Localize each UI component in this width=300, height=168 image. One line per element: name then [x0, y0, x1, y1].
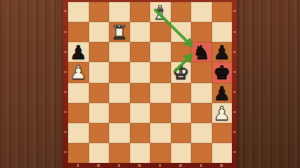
square-g2[interactable]: [191, 123, 212, 143]
square-e4[interactable]: [150, 83, 171, 103]
white-bishop[interactable]: ♝: [152, 2, 169, 22]
square-g5[interactable]: [191, 62, 212, 82]
square-e6[interactable]: [150, 42, 171, 62]
square-f6[interactable]: [171, 42, 192, 62]
chess-board: ♝♜♟♞♟♟♚♚♟♟: [68, 2, 232, 163]
frame-right-ticks-icon: [233, 2, 236, 163]
square-e2[interactable]: [150, 123, 171, 143]
black-king[interactable]: ♚: [213, 62, 230, 82]
square-a3[interactable]: [68, 103, 89, 123]
black-pawn[interactable]: ♟: [213, 42, 230, 62]
square-h6[interactable]: ♟: [212, 42, 233, 62]
square-g8[interactable]: [191, 2, 212, 22]
square-g1[interactable]: [191, 143, 212, 163]
square-c2[interactable]: [109, 123, 130, 143]
square-d3[interactable]: [130, 103, 151, 123]
square-d4[interactable]: [130, 83, 151, 103]
white-pawn[interactable]: ♟: [213, 102, 230, 122]
square-h4[interactable]: ♟: [212, 83, 233, 103]
square-b4[interactable]: [89, 83, 110, 103]
square-a8[interactable]: [68, 2, 89, 22]
square-d2[interactable]: [130, 123, 151, 143]
square-f1[interactable]: [171, 143, 192, 163]
frame-bottom-ticks-icon: [68, 164, 232, 167]
white-pawn[interactable]: ♟: [70, 62, 87, 82]
black-pawn[interactable]: ♟: [213, 82, 230, 102]
square-g4[interactable]: [191, 83, 212, 103]
square-e5[interactable]: [150, 62, 171, 82]
square-c5[interactable]: [109, 62, 130, 82]
square-c1[interactable]: [109, 143, 130, 163]
square-f2[interactable]: [171, 123, 192, 143]
wood-background: ♝♜♟♞♟♟♚♚♟♟: [0, 0, 300, 168]
square-e7[interactable]: [150, 22, 171, 42]
square-f8[interactable]: [171, 2, 192, 22]
square-a7[interactable]: [68, 22, 89, 42]
square-d5[interactable]: [130, 62, 151, 82]
square-b1[interactable]: [89, 143, 110, 163]
white-rook[interactable]: ♜: [111, 22, 128, 42]
frame-left-ticks-icon: [64, 2, 67, 163]
square-b6[interactable]: [89, 42, 110, 62]
square-h8[interactable]: [212, 2, 233, 22]
square-h3[interactable]: ♟: [212, 103, 233, 123]
square-f3[interactable]: [171, 103, 192, 123]
square-d1[interactable]: [130, 143, 151, 163]
square-d6[interactable]: [130, 42, 151, 62]
square-b2[interactable]: [89, 123, 110, 143]
square-h7[interactable]: [212, 22, 233, 42]
square-c6[interactable]: [109, 42, 130, 62]
square-g3[interactable]: [191, 103, 212, 123]
square-f7[interactable]: [171, 22, 192, 42]
square-b7[interactable]: [89, 22, 110, 42]
square-c3[interactable]: [109, 103, 130, 123]
square-b8[interactable]: [89, 2, 110, 22]
black-pawn[interactable]: ♟: [70, 42, 87, 62]
square-c7[interactable]: ♜: [109, 22, 130, 42]
square-d8[interactable]: [130, 2, 151, 22]
board-frame: ♝♜♟♞♟♟♚♚♟♟: [63, 0, 237, 168]
square-e8[interactable]: ♝: [150, 2, 171, 22]
square-f5[interactable]: ♚: [171, 62, 192, 82]
square-d7[interactable]: [130, 22, 151, 42]
square-c4[interactable]: [109, 83, 130, 103]
square-h5[interactable]: ♚: [212, 62, 233, 82]
square-a5[interactable]: ♟: [68, 62, 89, 82]
square-f4[interactable]: [171, 83, 192, 103]
square-a2[interactable]: [68, 123, 89, 143]
square-a6[interactable]: ♟: [68, 42, 89, 62]
square-e3[interactable]: [150, 103, 171, 123]
square-b3[interactable]: [89, 103, 110, 123]
square-g6[interactable]: ♞: [191, 42, 212, 62]
square-c8[interactable]: [109, 2, 130, 22]
square-g7[interactable]: [191, 22, 212, 42]
square-a1[interactable]: [68, 143, 89, 163]
square-b5[interactable]: [89, 62, 110, 82]
square-e1[interactable]: [150, 143, 171, 163]
square-a4[interactable]: [68, 83, 89, 103]
black-knight[interactable]: ♞: [193, 42, 210, 62]
white-king[interactable]: ♚: [172, 62, 189, 82]
square-h2[interactable]: [212, 123, 233, 143]
square-h1[interactable]: [212, 143, 233, 163]
